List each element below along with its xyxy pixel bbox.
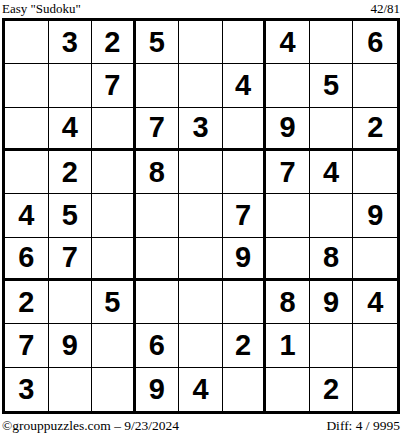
cell-r8c6-given: 2 xyxy=(223,324,267,367)
cell-r2c5-empty[interactable] xyxy=(179,64,223,107)
cell-r5c2-given: 5 xyxy=(49,194,93,237)
page-footer: ©grouppuzzles.com – 9/23/2024 Diff: 4 / … xyxy=(2,418,400,434)
cell-r9c6-empty[interactable] xyxy=(223,368,267,411)
cell-r4c8-given: 4 xyxy=(310,151,354,194)
cell-r1c8-empty[interactable] xyxy=(310,21,354,64)
cell-r8c2-given: 9 xyxy=(49,324,93,367)
cell-r3c9-given: 2 xyxy=(353,108,397,151)
cell-r7c4-empty[interactable] xyxy=(136,281,180,324)
cell-r3c2-given: 4 xyxy=(49,108,93,151)
cell-r3c7-given: 9 xyxy=(266,108,310,151)
cell-r6c6-given: 9 xyxy=(223,238,267,281)
cell-r6c8-given: 8 xyxy=(310,238,354,281)
cell-r1c7-given: 4 xyxy=(266,21,310,64)
cell-r5c9-given: 9 xyxy=(353,194,397,237)
cell-r1c6-empty[interactable] xyxy=(223,21,267,64)
page-header: Easy "Sudoku" 42/81 xyxy=(2,1,400,17)
puzzle-title: Easy "Sudoku" xyxy=(2,1,81,17)
cell-r8c4-given: 6 xyxy=(136,324,180,367)
cell-r2c8-given: 5 xyxy=(310,64,354,107)
cell-r9c3-empty[interactable] xyxy=(92,368,136,411)
cell-r7c5-empty[interactable] xyxy=(179,281,223,324)
cell-r5c5-empty[interactable] xyxy=(179,194,223,237)
cell-r2c9-empty[interactable] xyxy=(353,64,397,107)
cell-r7c7-given: 8 xyxy=(266,281,310,324)
cell-r1c3-given: 2 xyxy=(92,21,136,64)
sudoku-board: 325467454739228744579679825894796213942 xyxy=(2,18,400,414)
cell-r3c3-empty[interactable] xyxy=(92,108,136,151)
cell-r8c5-empty[interactable] xyxy=(179,324,223,367)
cell-r4c2-given: 2 xyxy=(49,151,93,194)
cell-r4c6-empty[interactable] xyxy=(223,151,267,194)
cell-r9c7-empty[interactable] xyxy=(266,368,310,411)
cell-r2c1-empty[interactable] xyxy=(5,64,49,107)
cell-r8c7-given: 1 xyxy=(266,324,310,367)
cell-r5c1-given: 4 xyxy=(5,194,49,237)
cell-r6c3-empty[interactable] xyxy=(92,238,136,281)
cell-r9c4-given: 9 xyxy=(136,368,180,411)
cell-r1c2-given: 3 xyxy=(49,21,93,64)
cell-r5c7-empty[interactable] xyxy=(266,194,310,237)
cell-r6c1-given: 6 xyxy=(5,238,49,281)
cell-r5c4-empty[interactable] xyxy=(136,194,180,237)
cell-r4c7-given: 7 xyxy=(266,151,310,194)
cell-r1c1-empty[interactable] xyxy=(5,21,49,64)
cell-r7c1-given: 2 xyxy=(5,281,49,324)
cell-r8c1-given: 7 xyxy=(5,324,49,367)
cell-r5c6-given: 7 xyxy=(223,194,267,237)
cell-r6c2-given: 7 xyxy=(49,238,93,281)
cell-r9c5-given: 4 xyxy=(179,368,223,411)
difficulty-rating: Diff: 4 / 9995 xyxy=(326,418,400,434)
cell-r3c4-given: 7 xyxy=(136,108,180,151)
cell-r7c9-given: 4 xyxy=(353,281,397,324)
cell-r3c5-given: 3 xyxy=(179,108,223,151)
cell-r6c7-empty[interactable] xyxy=(266,238,310,281)
cell-r3c8-empty[interactable] xyxy=(310,108,354,151)
cell-r9c2-empty[interactable] xyxy=(49,368,93,411)
cell-r4c5-empty[interactable] xyxy=(179,151,223,194)
cell-r6c4-empty[interactable] xyxy=(136,238,180,281)
cell-r1c4-given: 5 xyxy=(136,21,180,64)
cell-r4c1-empty[interactable] xyxy=(5,151,49,194)
cell-r5c8-empty[interactable] xyxy=(310,194,354,237)
cell-counter: 42/81 xyxy=(370,1,400,17)
sudoku-page: Easy "Sudoku" 42/81 32546745473922874457… xyxy=(0,0,402,437)
copyright-date: ©grouppuzzles.com – 9/23/2024 xyxy=(2,418,179,434)
cell-r9c1-given: 3 xyxy=(5,368,49,411)
cell-r8c3-empty[interactable] xyxy=(92,324,136,367)
cell-r2c4-empty[interactable] xyxy=(136,64,180,107)
cell-r7c8-given: 9 xyxy=(310,281,354,324)
cell-r2c3-given: 7 xyxy=(92,64,136,107)
cell-r7c3-given: 5 xyxy=(92,281,136,324)
cell-r9c8-given: 2 xyxy=(310,368,354,411)
cell-r8c9-empty[interactable] xyxy=(353,324,397,367)
cell-r6c9-empty[interactable] xyxy=(353,238,397,281)
cell-r7c6-empty[interactable] xyxy=(223,281,267,324)
cell-r9c9-empty[interactable] xyxy=(353,368,397,411)
cell-r8c8-empty[interactable] xyxy=(310,324,354,367)
cell-r5c3-empty[interactable] xyxy=(92,194,136,237)
cell-r2c7-empty[interactable] xyxy=(266,64,310,107)
cell-r4c4-given: 8 xyxy=(136,151,180,194)
cell-r2c2-empty[interactable] xyxy=(49,64,93,107)
cell-r6c5-empty[interactable] xyxy=(179,238,223,281)
cell-r3c6-empty[interactable] xyxy=(223,108,267,151)
cell-r1c9-given: 6 xyxy=(353,21,397,64)
cell-r1c5-empty[interactable] xyxy=(179,21,223,64)
cell-r4c3-empty[interactable] xyxy=(92,151,136,194)
cell-r2c6-given: 4 xyxy=(223,64,267,107)
cell-r3c1-empty[interactable] xyxy=(5,108,49,151)
cell-r4c9-empty[interactable] xyxy=(353,151,397,194)
cell-r7c2-empty[interactable] xyxy=(49,281,93,324)
